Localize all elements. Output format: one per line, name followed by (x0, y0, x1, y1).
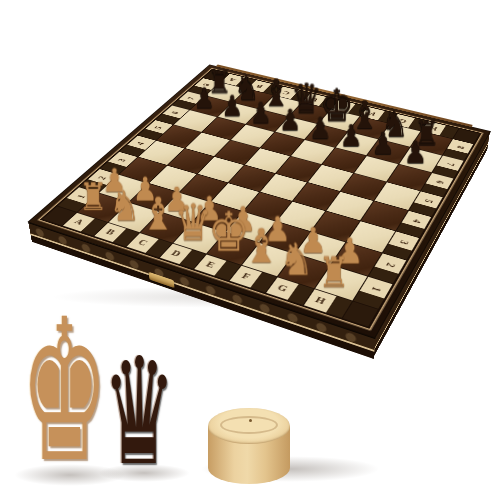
black-queen-piece: ♛ (103, 338, 176, 486)
piece-wr-a1: ♜ (78, 179, 109, 216)
piece-bp-d7: ♟ (277, 106, 304, 135)
piece-wb-c1: ♝ (141, 192, 173, 237)
piece-bp-g7: ♟ (369, 129, 397, 159)
file-label-text: F (240, 272, 252, 281)
rank-label-text: 4 (135, 141, 146, 146)
rank-label-text: 6 (170, 111, 180, 115)
rank-label-text: 7 (444, 162, 455, 167)
piece-wk-e1: ♚ (208, 204, 241, 258)
file-label-text: D (170, 249, 183, 258)
rank-label-text: 4 (410, 218, 422, 224)
rank-label-text: 2 (383, 262, 396, 269)
piece-wq-d1: ♛ (174, 197, 206, 247)
piece-bp-b7: ♟ (219, 92, 245, 120)
piece-wn-g1: ♞ (280, 237, 314, 281)
square-h7: ♟ (399, 147, 442, 172)
file-label-text: E (204, 261, 216, 270)
white-king-piece: ♚ (21, 293, 106, 489)
dark-checker-rim (289, 372, 385, 473)
piece-wr-h1: ♜ (317, 252, 351, 294)
file-label-text: A (72, 218, 85, 226)
rank-label-text: 3 (397, 239, 409, 245)
rank-label-text: 5 (153, 126, 163, 130)
light-checker-top (208, 408, 290, 444)
chessboard-scene: ABCDEFGH8♜♞♝♛♚♝♞♜87♟♟♟♟♟♟♟♟7665544332♟♟♟… (104, 2, 447, 345)
square-a5 (157, 125, 201, 148)
rank-label-text: 8 (454, 145, 465, 150)
product-photo: ABCDEFGH8♜♞♝♛♚♝♞♜87♟♟♟♟♟♟♟♟7665544332♟♟♟… (0, 0, 500, 500)
piece-bp-f7: ♟ (337, 121, 365, 151)
light-checker-piece (208, 408, 290, 486)
piece-wn-b1: ♞ (109, 185, 140, 226)
brass-clasp (149, 271, 175, 287)
rank-label-text: 1 (369, 286, 382, 293)
piece-bp-h7: ♟ (401, 137, 430, 168)
file-label-text: H (313, 296, 326, 306)
piece-wb-f1: ♝ (243, 223, 276, 270)
piece-bp-c7: ♟ (247, 99, 274, 128)
file-label-text: C (136, 239, 149, 247)
rank-label-right-8: 8 (443, 139, 473, 160)
rank-label-right-6: 6 (421, 173, 453, 197)
piece-bp-e7: ♟ (307, 113, 335, 143)
piece-bp-a7: ♟ (191, 85, 217, 113)
board-corner (43, 206, 76, 225)
file-label-text: B (104, 228, 116, 236)
rank-label-text: 5 (422, 198, 434, 203)
file-label-text: G (276, 284, 289, 294)
rank-label-text: 6 (433, 180, 444, 185)
dark-checker-piece (279, 371, 389, 482)
